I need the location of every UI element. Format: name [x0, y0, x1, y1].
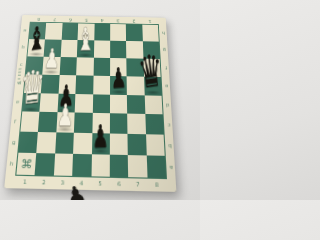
white-queen-glyph: ♛ [18, 65, 45, 111]
square-h2[interactable] [35, 153, 55, 175]
square-a8[interactable] [142, 25, 159, 42]
rank-label: 8 [147, 182, 166, 188]
square-a6[interactable] [110, 24, 126, 41]
square-h7[interactable] [128, 155, 147, 177]
rank-label: 6 [110, 181, 129, 187]
file-label: a [169, 156, 174, 178]
square-g1[interactable] [18, 132, 38, 153]
square-g7[interactable] [128, 134, 147, 155]
black-pawn-d6[interactable]: ♟ [106, 66, 132, 92]
white-bishop-b4[interactable]: ♝ [70, 26, 101, 56]
square-c4[interactable] [76, 57, 93, 75]
rank-label: 3 [110, 18, 126, 22]
white-bishop-glyph: ♝ [76, 24, 95, 56]
black-pawn-g5[interactable]: ♟ [87, 123, 114, 152]
rank-label: 2 [126, 19, 142, 23]
square-h5[interactable] [91, 154, 110, 176]
file-label: d [165, 95, 169, 114]
file-label: c [166, 115, 170, 135]
square-h4[interactable] [72, 154, 91, 176]
file-label: h [161, 25, 165, 42]
rank-label: 5 [91, 181, 110, 187]
chess-board: CHESS ⌘ 12345678 12345678 abcdefgh abcde… [4, 15, 176, 192]
rank-labels-bottom: 12345678 [15, 179, 166, 188]
square-b6[interactable] [110, 41, 127, 59]
square-e5[interactable] [92, 94, 110, 114]
square-h6[interactable] [110, 155, 129, 177]
rank-label: 4 [94, 18, 110, 22]
black-pawn-glyph: ♟ [92, 122, 109, 153]
corner-emblem-icon: ⌘ [20, 157, 33, 172]
playing-area: ⌘ 12345678 12345678 abcdefgh abcdefgh ♝♝… [15, 22, 167, 179]
file-label: g [11, 132, 16, 153]
square-f7[interactable] [127, 114, 145, 135]
square-e6[interactable] [110, 94, 128, 114]
rank-label: 1 [15, 179, 34, 185]
file-label: b [168, 135, 173, 156]
rank-label: 7 [47, 17, 63, 21]
square-g2[interactable] [37, 132, 56, 153]
square-g3[interactable] [55, 133, 74, 154]
rank-label: 7 [128, 182, 147, 188]
rank-label: 1 [142, 19, 158, 23]
rank-label: 2 [34, 180, 53, 186]
square-h3[interactable] [54, 154, 74, 176]
vinyl-mat: CHESS ⌘ 12345678 12345678 abcdefgh abcde… [4, 15, 176, 192]
file-label: h [9, 153, 15, 175]
white-queen-e1[interactable]: ♛ [10, 68, 54, 110]
white-pawn-glyph: ♟ [57, 101, 74, 130]
black-queen-d8[interactable]: ♛ [132, 53, 174, 94]
square-a7[interactable] [126, 24, 142, 41]
black-queen-glyph: ♛ [137, 50, 166, 95]
square-f8[interactable] [145, 114, 164, 135]
square-h8[interactable] [146, 156, 165, 178]
white-pawn-f3[interactable]: ♟ [52, 103, 80, 131]
square-g8[interactable] [146, 135, 165, 156]
black-pawn-glyph: ♟ [110, 65, 127, 93]
